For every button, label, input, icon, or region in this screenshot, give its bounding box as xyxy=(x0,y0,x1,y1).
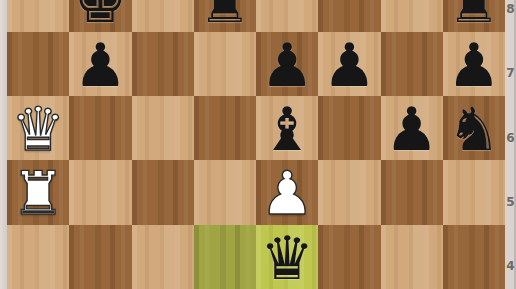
chess-board[interactable]: ♚♜♜♟♟♟♟♛♝♟♞♜♟♛ xyxy=(7,0,505,289)
rank-label-7: 7 xyxy=(505,66,516,80)
square-e6[interactable]: ♝ xyxy=(256,96,318,160)
piece-black-pawn[interactable]: ♟ xyxy=(385,97,439,161)
square-b5[interactable] xyxy=(69,160,131,224)
square-a8[interactable] xyxy=(7,0,69,32)
square-d8[interactable]: ♜ xyxy=(194,0,256,32)
chess-app-screen: ♚♜♜♟♟♟♟♛♝♟♞♜♟♛ 87654 xyxy=(0,0,516,289)
square-b4[interactable] xyxy=(69,225,131,289)
piece-white-pawn[interactable]: ♟ xyxy=(260,161,314,225)
piece-black-rook[interactable]: ♜ xyxy=(198,0,252,33)
square-a6[interactable]: ♛ xyxy=(7,96,69,160)
rank-label-6: 6 xyxy=(505,131,516,145)
square-f6[interactable] xyxy=(318,96,380,160)
square-b6[interactable] xyxy=(69,96,131,160)
square-a5[interactable]: ♜ xyxy=(7,160,69,224)
square-e8[interactable] xyxy=(256,0,318,32)
piece-black-bishop[interactable]: ♝ xyxy=(260,97,314,161)
rank-label-4: 4 xyxy=(505,259,516,273)
square-e7[interactable]: ♟ xyxy=(256,32,318,96)
square-g8[interactable] xyxy=(381,0,443,32)
square-c5[interactable] xyxy=(132,160,194,224)
square-c6[interactable] xyxy=(132,96,194,160)
square-f7[interactable]: ♟ xyxy=(318,32,380,96)
square-g7[interactable] xyxy=(381,32,443,96)
piece-black-pawn[interactable]: ♟ xyxy=(322,33,376,97)
square-d7[interactable] xyxy=(194,32,256,96)
piece-black-pawn[interactable]: ♟ xyxy=(447,33,501,97)
square-h6[interactable]: ♞ xyxy=(443,96,505,160)
piece-black-king[interactable]: ♚ xyxy=(73,0,127,33)
square-h5[interactable] xyxy=(443,160,505,224)
piece-white-rook[interactable]: ♜ xyxy=(11,161,65,225)
window-edge-strip xyxy=(0,0,7,289)
square-h4[interactable] xyxy=(443,225,505,289)
rank-coordinate-strip: 87654 xyxy=(505,0,516,289)
square-c4[interactable] xyxy=(132,225,194,289)
square-h8[interactable]: ♜ xyxy=(443,0,505,32)
square-d6[interactable] xyxy=(194,96,256,160)
rank-label-8: 8 xyxy=(505,2,516,16)
square-a7[interactable] xyxy=(7,32,69,96)
square-f5[interactable] xyxy=(318,160,380,224)
piece-black-knight[interactable]: ♞ xyxy=(447,97,501,161)
square-g6[interactable]: ♟ xyxy=(381,96,443,160)
square-d5[interactable] xyxy=(194,160,256,224)
piece-black-queen[interactable]: ♛ xyxy=(260,226,314,289)
square-g5[interactable] xyxy=(381,160,443,224)
square-f8[interactable] xyxy=(318,0,380,32)
piece-white-queen[interactable]: ♛ xyxy=(11,97,65,161)
square-c7[interactable] xyxy=(132,32,194,96)
square-b8[interactable]: ♚ xyxy=(69,0,131,32)
piece-black-pawn[interactable]: ♟ xyxy=(260,33,314,97)
square-b7[interactable]: ♟ xyxy=(69,32,131,96)
square-f4[interactable] xyxy=(318,225,380,289)
piece-black-pawn[interactable]: ♟ xyxy=(73,33,127,97)
square-a4[interactable] xyxy=(7,225,69,289)
square-e5[interactable]: ♟ xyxy=(256,160,318,224)
piece-black-rook[interactable]: ♜ xyxy=(447,0,501,33)
square-g4[interactable] xyxy=(381,225,443,289)
square-e4[interactable]: ♛ xyxy=(256,225,318,289)
square-d4[interactable] xyxy=(194,225,256,289)
rank-label-5: 5 xyxy=(505,195,516,209)
square-c8[interactable] xyxy=(132,0,194,32)
square-h7[interactable]: ♟ xyxy=(443,32,505,96)
